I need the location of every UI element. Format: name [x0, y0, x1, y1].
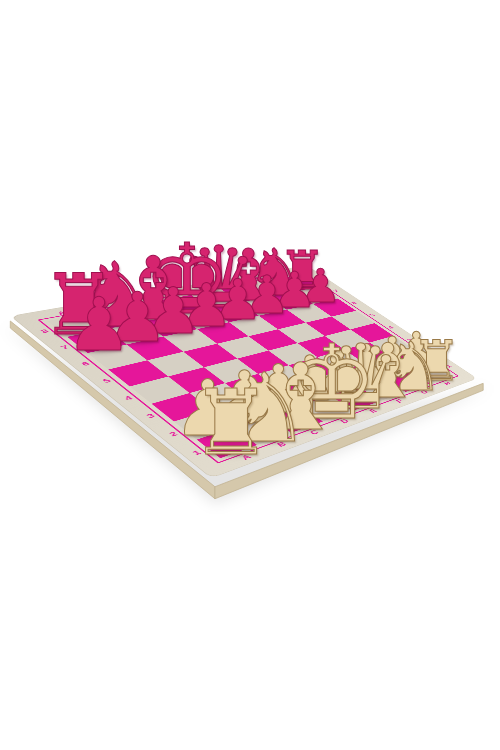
piece-pink-pawn-a7: ♟ [66, 288, 132, 362]
pieces-layer: ♜♞♝♟♛♟♚♟♝♟♞♟♜♟♟♟♟♟♜♟♞♟♝♟♛♟♚♟♝♟♞♜ [0, 0, 500, 750]
piece-natural-rook-a1: ♜ [190, 377, 271, 468]
product-photo-scene: AA11BB22CC33DD44EE55FF66GG77HH88 ♜♞♝♟♛♟♚… [0, 0, 500, 750]
